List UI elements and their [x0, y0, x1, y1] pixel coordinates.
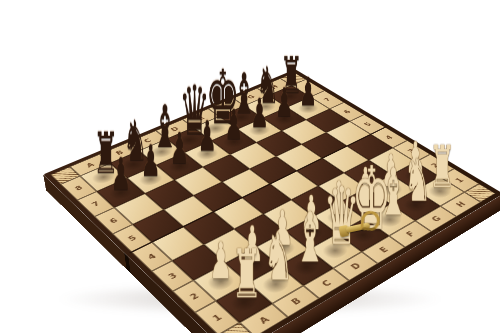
piece-glyph: ♝: [294, 204, 318, 273]
piece-glyph: ♜: [429, 138, 450, 196]
piece-glyph: ♟: [224, 104, 244, 145]
piece-glyph: ♟: [197, 115, 217, 157]
scene: ABCDEFGH8877665544332211ABCDEFGH ♜♞♝♛♚♝♞…: [0, 0, 500, 333]
piece-glyph: ♟: [299, 72, 318, 111]
piece-glyph: ♟: [209, 235, 233, 285]
clasp-hook-icon: [360, 210, 381, 232]
piece-glyph: ♟: [169, 127, 190, 170]
piece-glyph: ♞: [264, 224, 288, 289]
piece-glyph: ♟: [140, 139, 161, 183]
piece-glyph: ♟: [250, 93, 270, 133]
piece-glyph: ♟: [275, 82, 294, 122]
piece-glyph: ♜: [232, 241, 257, 308]
piece-glyph: ♟: [110, 152, 131, 196]
